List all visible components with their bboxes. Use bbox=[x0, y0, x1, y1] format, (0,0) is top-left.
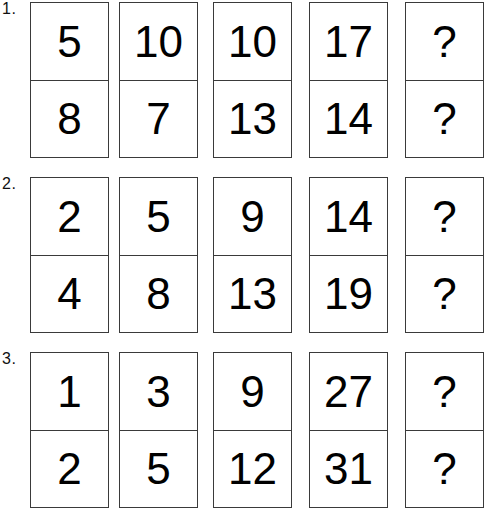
puzzle-3-domino-4-top-cell: 27 bbox=[310, 353, 387, 430]
puzzle-1-domino-4: 17 14 bbox=[309, 2, 388, 158]
puzzle-1-domino-4-top-cell: 17 bbox=[310, 3, 387, 80]
puzzle-1-domino-2-top-cell: 10 bbox=[120, 3, 197, 80]
puzzle-2-domino-4-bottom-cell: 19 bbox=[310, 255, 387, 332]
puzzle-1-domino-4-bottom-cell: 14 bbox=[310, 80, 387, 157]
puzzle-1-domino-1: 5 8 bbox=[30, 2, 109, 158]
puzzle-3-domino-3: 9 12 bbox=[213, 352, 292, 508]
puzzle-2-domino-1: 2 4 bbox=[30, 177, 109, 333]
puzzle-row-1: 1. 5 8 10 7 10 13 17 14 ? ? bbox=[0, 2, 484, 158]
puzzle-2-domino-4-top-cell: 14 bbox=[310, 178, 387, 255]
puzzle-2-domino-4: 14 19 bbox=[309, 177, 388, 333]
puzzle-3-label: 3. bbox=[2, 350, 16, 368]
puzzle-1-domino-3-top-cell: 10 bbox=[214, 3, 291, 80]
puzzle-1-domino-2-bottom-cell: 7 bbox=[120, 80, 197, 157]
puzzle-2-domino-5-bottom-cell-unknown: ? bbox=[406, 255, 483, 332]
puzzle-2-domino-3: 9 13 bbox=[213, 177, 292, 333]
puzzle-3-domino-2-bottom-cell: 5 bbox=[120, 430, 197, 507]
puzzle-2-domino-2: 5 8 bbox=[119, 177, 198, 333]
puzzle-1-domino-5-top-cell-unknown: ? bbox=[406, 3, 483, 80]
puzzle-1-domino-3-bottom-cell: 13 bbox=[214, 80, 291, 157]
puzzle-2-domino-5: ? ? bbox=[405, 177, 484, 333]
puzzle-2-domino-2-bottom-cell: 8 bbox=[120, 255, 197, 332]
puzzle-3-domino-1: 1 2 bbox=[30, 352, 109, 508]
puzzle-2-domino-1-top-cell: 2 bbox=[31, 178, 108, 255]
puzzle-3-domino-5-top-cell-unknown: ? bbox=[406, 353, 483, 430]
puzzle-1-domino-5: ? ? bbox=[405, 2, 484, 158]
puzzle-3-domino-3-bottom-cell: 12 bbox=[214, 430, 291, 507]
puzzle-1-label: 1. bbox=[2, 0, 16, 18]
puzzle-2-label: 2. bbox=[2, 175, 16, 193]
puzzle-2-domino-1-bottom-cell: 4 bbox=[31, 255, 108, 332]
puzzle-3-domino-2-top-cell: 3 bbox=[120, 353, 197, 430]
puzzle-2-domino-5-top-cell-unknown: ? bbox=[406, 178, 483, 255]
puzzle-2-domino-3-top-cell: 9 bbox=[214, 178, 291, 255]
puzzle-1-domino-3: 10 13 bbox=[213, 2, 292, 158]
puzzle-3-domino-5: ? ? bbox=[405, 352, 484, 508]
puzzle-3-domino-4-bottom-cell: 31 bbox=[310, 430, 387, 507]
puzzle-3-domino-4: 27 31 bbox=[309, 352, 388, 508]
puzzle-row-2: 2. 2 4 5 8 9 13 14 19 ? ? bbox=[0, 177, 484, 333]
puzzle-3-domino-3-top-cell: 9 bbox=[214, 353, 291, 430]
puzzle-2-domino-3-bottom-cell: 13 bbox=[214, 255, 291, 332]
puzzle-1-domino-1-bottom-cell: 8 bbox=[31, 80, 108, 157]
puzzle-1-domino-5-bottom-cell-unknown: ? bbox=[406, 80, 483, 157]
puzzle-3-domino-1-bottom-cell: 2 bbox=[31, 430, 108, 507]
puzzle-1-domino-1-top-cell: 5 bbox=[31, 3, 108, 80]
puzzle-3-domino-5-bottom-cell-unknown: ? bbox=[406, 430, 483, 507]
puzzle-3-domino-1-top-cell: 1 bbox=[31, 353, 108, 430]
puzzle-2-domino-2-top-cell: 5 bbox=[120, 178, 197, 255]
puzzle-sheet: 1. 5 8 10 7 10 13 17 14 ? ? 2. 2 4 5 8 bbox=[0, 0, 484, 508]
puzzle-row-3: 3. 1 2 3 5 9 12 27 31 ? ? bbox=[0, 352, 484, 508]
puzzle-3-domino-2: 3 5 bbox=[119, 352, 198, 508]
puzzle-1-domino-2: 10 7 bbox=[119, 2, 198, 158]
